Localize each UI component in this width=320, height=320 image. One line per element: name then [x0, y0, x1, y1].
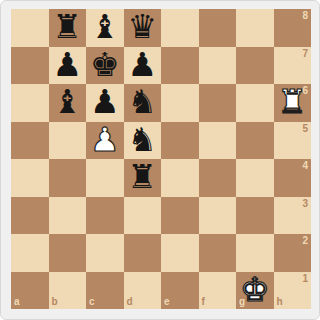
square-b1[interactable]: b: [49, 272, 87, 310]
square-d2[interactable]: [124, 234, 162, 272]
rank-label: 1: [302, 274, 308, 284]
square-e6[interactable]: [161, 84, 199, 122]
square-h4[interactable]: 4: [274, 159, 312, 197]
square-g5[interactable]: [236, 122, 274, 160]
square-c2[interactable]: [86, 234, 124, 272]
square-c8[interactable]: ♝: [86, 9, 124, 47]
square-e8[interactable]: [161, 9, 199, 47]
square-f3[interactable]: [199, 197, 237, 235]
square-a2[interactable]: [11, 234, 49, 272]
piece-black-pawn[interactable]: ♟: [90, 85, 120, 118]
square-g7[interactable]: [236, 47, 274, 85]
square-g8[interactable]: [236, 9, 274, 47]
square-a6[interactable]: [11, 84, 49, 122]
file-label: f: [202, 297, 205, 307]
board-frame: ♜♝♛8♟♚♟7♝♟♞6♜♟♞5♜432abcdefg♚1h: [0, 0, 320, 320]
square-b2[interactable]: [49, 234, 87, 272]
piece-black-king[interactable]: ♚: [90, 48, 120, 81]
square-f1[interactable]: f: [199, 272, 237, 310]
square-d6[interactable]: ♞: [124, 84, 162, 122]
file-label: e: [164, 297, 170, 307]
square-a4[interactable]: [11, 159, 49, 197]
square-a1[interactable]: a: [11, 272, 49, 310]
piece-black-bishop[interactable]: ♝: [90, 10, 120, 43]
piece-black-pawn[interactable]: ♟: [127, 48, 157, 81]
square-g2[interactable]: [236, 234, 274, 272]
square-d4[interactable]: ♜: [124, 159, 162, 197]
square-d1[interactable]: d: [124, 272, 162, 310]
square-g3[interactable]: [236, 197, 274, 235]
square-f2[interactable]: [199, 234, 237, 272]
rank-label: 3: [302, 199, 308, 209]
rank-label: 5: [302, 124, 308, 134]
square-f5[interactable]: [199, 122, 237, 160]
square-b7[interactable]: ♟: [49, 47, 87, 85]
square-b5[interactable]: [49, 122, 87, 160]
square-e5[interactable]: [161, 122, 199, 160]
square-c7[interactable]: ♚: [86, 47, 124, 85]
piece-black-rook[interactable]: ♜: [52, 10, 82, 43]
piece-black-knight[interactable]: ♞: [127, 123, 157, 156]
square-d7[interactable]: ♟: [124, 47, 162, 85]
square-b6[interactable]: ♝: [49, 84, 87, 122]
square-c1[interactable]: c: [86, 272, 124, 310]
rank-label: 4: [302, 161, 308, 171]
square-g1[interactable]: g♚: [236, 272, 274, 310]
rank-label: 8: [302, 11, 308, 21]
square-b8[interactable]: ♜: [49, 9, 87, 47]
square-e1[interactable]: e: [161, 272, 199, 310]
piece-black-knight[interactable]: ♞: [127, 85, 157, 118]
square-a7[interactable]: [11, 47, 49, 85]
square-c3[interactable]: [86, 197, 124, 235]
square-h6[interactable]: 6♜: [274, 84, 312, 122]
file-label: c: [89, 297, 95, 307]
square-a8[interactable]: [11, 9, 49, 47]
square-e3[interactable]: [161, 197, 199, 235]
square-f8[interactable]: [199, 9, 237, 47]
square-f7[interactable]: [199, 47, 237, 85]
square-a3[interactable]: [11, 197, 49, 235]
square-h2[interactable]: 2: [274, 234, 312, 272]
file-label: a: [14, 297, 20, 307]
piece-black-queen[interactable]: ♛: [127, 10, 157, 43]
rank-label: 7: [302, 49, 308, 59]
piece-black-pawn[interactable]: ♟: [52, 48, 82, 81]
square-h5[interactable]: 5: [274, 122, 312, 160]
square-e7[interactable]: [161, 47, 199, 85]
file-label: b: [52, 297, 58, 307]
piece-white-pawn[interactable]: ♟: [90, 123, 120, 156]
square-h7[interactable]: 7: [274, 47, 312, 85]
piece-black-bishop[interactable]: ♝: [52, 85, 82, 118]
chess-board: ♜♝♛8♟♚♟7♝♟♞6♜♟♞5♜432abcdefg♚1h: [11, 9, 311, 309]
square-a5[interactable]: [11, 122, 49, 160]
square-h1[interactable]: 1h: [274, 272, 312, 310]
piece-white-rook[interactable]: ♜: [277, 85, 307, 118]
square-f6[interactable]: [199, 84, 237, 122]
square-e4[interactable]: [161, 159, 199, 197]
square-e2[interactable]: [161, 234, 199, 272]
square-h3[interactable]: 3: [274, 197, 312, 235]
square-b4[interactable]: [49, 159, 87, 197]
piece-white-king[interactable]: ♚: [240, 273, 270, 306]
square-g4[interactable]: [236, 159, 274, 197]
square-d8[interactable]: ♛: [124, 9, 162, 47]
square-b3[interactable]: [49, 197, 87, 235]
square-c4[interactable]: [86, 159, 124, 197]
file-label: h: [277, 297, 283, 307]
square-d5[interactable]: ♞: [124, 122, 162, 160]
square-f4[interactable]: [199, 159, 237, 197]
square-g6[interactable]: [236, 84, 274, 122]
square-d3[interactable]: [124, 197, 162, 235]
square-h8[interactable]: 8: [274, 9, 312, 47]
square-c6[interactable]: ♟: [86, 84, 124, 122]
file-label: d: [127, 297, 133, 307]
square-c5[interactable]: ♟: [86, 122, 124, 160]
rank-label: 2: [302, 236, 308, 246]
piece-black-rook[interactable]: ♜: [127, 160, 157, 193]
